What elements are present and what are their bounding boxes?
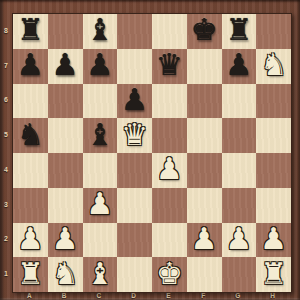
square-g5[interactable] xyxy=(222,118,257,153)
square-e6[interactable] xyxy=(152,84,187,119)
square-e3[interactable] xyxy=(152,188,187,223)
square-f6[interactable] xyxy=(187,84,222,119)
square-g6[interactable] xyxy=(222,84,257,119)
square-b7[interactable]: ♟ xyxy=(48,49,83,84)
square-c7[interactable]: ♟ xyxy=(83,49,118,84)
square-b3[interactable] xyxy=(48,188,83,223)
piece-white-pawn-e4[interactable]: ♟ xyxy=(156,154,183,184)
piece-white-knight-h7[interactable]: ♞ xyxy=(260,50,287,80)
square-d1[interactable] xyxy=(117,257,152,292)
square-a7[interactable]: ♟ xyxy=(13,49,48,84)
rank-label-2: 2 xyxy=(0,222,12,257)
square-c2[interactable] xyxy=(83,223,118,258)
square-f7[interactable] xyxy=(187,49,222,84)
square-g4[interactable] xyxy=(222,153,257,188)
square-d3[interactable] xyxy=(117,188,152,223)
square-d6[interactable]: ♟ xyxy=(117,84,152,119)
piece-white-bishop-c1[interactable]: ♝ xyxy=(86,259,113,289)
square-b2[interactable]: ♟ xyxy=(48,223,83,258)
square-e4[interactable]: ♟ xyxy=(152,153,187,188)
square-a4[interactable] xyxy=(13,153,48,188)
square-e7[interactable]: ♛ xyxy=(152,49,187,84)
square-b4[interactable] xyxy=(48,153,83,188)
chess-board[interactable]: ♜♝♚♜♟♟♟♛♟♞♟♞♝♛♟♟♟♟♟♟♟♜♞♝♚♜ xyxy=(12,13,292,293)
square-f4[interactable] xyxy=(187,153,222,188)
piece-black-pawn-a7[interactable]: ♟ xyxy=(17,50,44,80)
piece-white-pawn-c3[interactable]: ♟ xyxy=(86,189,113,219)
square-c5[interactable]: ♝ xyxy=(83,118,118,153)
square-e1[interactable]: ♚ xyxy=(152,257,187,292)
square-d8[interactable] xyxy=(117,14,152,49)
piece-black-pawn-d6[interactable]: ♟ xyxy=(121,85,148,115)
square-g8[interactable]: ♜ xyxy=(222,14,257,49)
piece-white-rook-h1[interactable]: ♜ xyxy=(260,259,287,289)
piece-black-pawn-g7[interactable]: ♟ xyxy=(225,50,252,80)
square-f1[interactable] xyxy=(187,257,222,292)
square-h3[interactable] xyxy=(256,188,291,223)
piece-white-pawn-a2[interactable]: ♟ xyxy=(17,224,44,254)
square-c1[interactable]: ♝ xyxy=(83,257,118,292)
square-f5[interactable] xyxy=(187,118,222,153)
square-h8[interactable] xyxy=(256,14,291,49)
piece-white-rook-a1[interactable]: ♜ xyxy=(17,259,44,289)
square-a2[interactable]: ♟ xyxy=(13,223,48,258)
square-d4[interactable] xyxy=(117,153,152,188)
piece-black-king-f8[interactable]: ♚ xyxy=(191,15,218,45)
square-a8[interactable]: ♜ xyxy=(13,14,48,49)
square-a6[interactable] xyxy=(13,84,48,119)
square-d5[interactable]: ♛ xyxy=(117,118,152,153)
square-b1[interactable]: ♞ xyxy=(48,257,83,292)
square-c8[interactable]: ♝ xyxy=(83,14,118,49)
piece-black-bishop-c8[interactable]: ♝ xyxy=(86,15,113,45)
square-a1[interactable]: ♜ xyxy=(13,257,48,292)
piece-white-pawn-b2[interactable]: ♟ xyxy=(52,224,79,254)
square-h1[interactable]: ♜ xyxy=(256,257,291,292)
rank-label-6: 6 xyxy=(0,83,12,118)
square-f3[interactable] xyxy=(187,188,222,223)
rank-label-1: 1 xyxy=(0,256,12,291)
piece-black-knight-a5[interactable]: ♞ xyxy=(17,120,44,150)
square-d7[interactable] xyxy=(117,49,152,84)
square-e2[interactable] xyxy=(152,223,187,258)
piece-black-pawn-b7[interactable]: ♟ xyxy=(52,50,79,80)
square-b5[interactable] xyxy=(48,118,83,153)
square-f8[interactable]: ♚ xyxy=(187,14,222,49)
square-b6[interactable] xyxy=(48,84,83,119)
square-e5[interactable] xyxy=(152,118,187,153)
rank-label-3: 3 xyxy=(0,187,12,222)
square-h5[interactable] xyxy=(256,118,291,153)
piece-black-queen-e7[interactable]: ♛ xyxy=(156,50,183,80)
piece-white-pawn-h2[interactable]: ♟ xyxy=(260,224,287,254)
piece-white-king-e1[interactable]: ♚ xyxy=(156,259,183,289)
rank-label-7: 7 xyxy=(0,48,12,83)
rank-label-5: 5 xyxy=(0,117,12,152)
piece-black-pawn-c7[interactable]: ♟ xyxy=(86,50,113,80)
square-a5[interactable]: ♞ xyxy=(13,118,48,153)
piece-black-rook-a8[interactable]: ♜ xyxy=(17,15,44,45)
square-h7[interactable]: ♞ xyxy=(256,49,291,84)
square-g7[interactable]: ♟ xyxy=(222,49,257,84)
square-c4[interactable] xyxy=(83,153,118,188)
piece-black-rook-g8[interactable]: ♜ xyxy=(225,15,252,45)
square-f2[interactable]: ♟ xyxy=(187,223,222,258)
square-d2[interactable] xyxy=(117,223,152,258)
square-e8[interactable] xyxy=(152,14,187,49)
square-h4[interactable] xyxy=(256,153,291,188)
piece-white-pawn-g2[interactable]: ♟ xyxy=(225,224,252,254)
square-c3[interactable]: ♟ xyxy=(83,188,118,223)
square-h6[interactable] xyxy=(256,84,291,119)
square-g2[interactable]: ♟ xyxy=(222,223,257,258)
rank-label-4: 4 xyxy=(0,152,12,187)
square-h2[interactable]: ♟ xyxy=(256,223,291,258)
square-g3[interactable] xyxy=(222,188,257,223)
rank-label-8: 8 xyxy=(0,13,12,48)
piece-black-bishop-c5[interactable]: ♝ xyxy=(86,120,113,150)
rank-labels: 87654321 xyxy=(0,13,12,291)
chess-board-screenshot: 87654321 ABCDEFGH ♜♝♚♜♟♟♟♛♟♞♟♞♝♛♟♟♟♟♟♟♟♜… xyxy=(0,0,300,300)
square-g1[interactable] xyxy=(222,257,257,292)
square-c6[interactable] xyxy=(83,84,118,119)
piece-white-pawn-f2[interactable]: ♟ xyxy=(191,224,218,254)
piece-white-queen-d5[interactable]: ♛ xyxy=(121,120,148,150)
square-b8[interactable] xyxy=(48,14,83,49)
piece-white-knight-b1[interactable]: ♞ xyxy=(52,259,79,289)
square-a3[interactable] xyxy=(13,188,48,223)
